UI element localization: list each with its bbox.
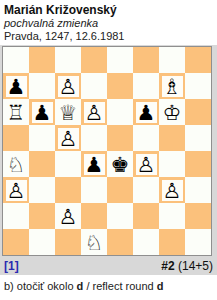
square-g7: ♗ <box>159 73 185 99</box>
white-pawn: ♙ <box>58 128 79 149</box>
square-b2 <box>29 203 55 229</box>
square-d7 <box>81 73 107 99</box>
square-f5 <box>133 125 159 151</box>
square-c7: ♙ <box>55 73 81 99</box>
square-h2 <box>185 203 211 229</box>
twin-caption: b) otočiť okolo d / reflect round d <box>0 275 217 292</box>
square-e7 <box>107 73 133 99</box>
composer-name: Marián Križovenský <box>4 3 213 17</box>
black-pawn: ♟ <box>84 154 105 175</box>
square-h7 <box>185 73 211 99</box>
square-f2 <box>133 203 159 229</box>
square-c8 <box>55 47 81 73</box>
square-b3 <box>29 177 55 203</box>
square-g8 <box>159 47 185 73</box>
square-a8 <box>3 47 29 73</box>
square-h5 <box>185 125 211 151</box>
square-a7: ♟ <box>3 73 29 99</box>
square-a4: ♘ <box>3 151 29 177</box>
square-g2 <box>159 203 185 229</box>
white-pawn: ♙ <box>162 180 183 201</box>
board-block: ♟♙♗♖♟♕♙♟♔♙♘♟♚♙♙♙♙♘ [1] #2 (14+5) <box>0 45 217 275</box>
square-g4 <box>159 151 185 177</box>
square-b7 <box>29 73 55 99</box>
square-h1 <box>185 229 211 255</box>
square-e4: ♚ <box>107 151 133 177</box>
square-a6: ♖ <box>3 99 29 125</box>
black-pawn: ♟ <box>32 102 53 123</box>
white-pawn: ♙ <box>58 76 79 97</box>
square-e8 <box>107 47 133 73</box>
stipulation-group: #2 (14+5) <box>161 259 213 273</box>
square-d5 <box>81 125 107 151</box>
square-h6 <box>185 99 211 125</box>
square-f1 <box>133 229 159 255</box>
square-c4 <box>55 151 81 177</box>
white-pawn: ♙ <box>59 206 78 227</box>
square-b8 <box>29 47 55 73</box>
square-b4 <box>29 151 55 177</box>
problem-header: Marián Križovenský pochvalná zmienka Pra… <box>0 0 217 45</box>
square-f6: ♟ <box>133 99 159 125</box>
square-a5 <box>3 125 29 151</box>
square-e6 <box>107 99 133 125</box>
source-line: Pravda, 1247, 12.6.1981 <box>4 30 213 43</box>
square-a1 <box>3 229 29 255</box>
distinction: pochvalná zmienka <box>4 17 213 30</box>
square-g3: ♙ <box>159 177 185 203</box>
white-bishop: ♗ <box>162 76 183 97</box>
caption-axis-2: d <box>157 280 164 292</box>
square-c5: ♙ <box>55 125 81 151</box>
chess-board: ♟♙♗♖♟♕♙♟♔♙♘♟♚♙♙♙♙♘ <box>2 46 212 256</box>
square-e2 <box>107 203 133 229</box>
square-c3 <box>55 177 81 203</box>
square-a3: ♙ <box>3 177 29 203</box>
square-h8 <box>185 47 211 73</box>
square-h3 <box>185 177 211 203</box>
square-c6: ♕ <box>55 99 81 125</box>
square-d2 <box>81 203 107 229</box>
square-f8 <box>133 47 159 73</box>
white-knight: ♘ <box>85 232 104 253</box>
square-b1 <box>29 229 55 255</box>
square-b5 <box>29 125 55 151</box>
stipulation: #2 <box>161 259 174 273</box>
black-king: ♚ <box>111 154 130 175</box>
solution-link[interactable]: [1] <box>4 259 19 273</box>
annotation-row: [1] #2 (14+5) <box>2 256 217 275</box>
white-pawn: ♙ <box>6 180 27 201</box>
square-e1 <box>107 229 133 255</box>
square-e5 <box>107 125 133 151</box>
square-f4: ♙ <box>133 151 159 177</box>
square-d6: ♙ <box>81 99 107 125</box>
square-f7 <box>133 73 159 99</box>
caption-prefix: b) otočiť okolo <box>4 280 77 292</box>
white-king: ♔ <box>163 102 182 123</box>
square-d3 <box>81 177 107 203</box>
white-pawn: ♙ <box>84 102 105 123</box>
square-a2 <box>3 203 29 229</box>
piece-count: (14+5) <box>175 259 213 273</box>
square-d1: ♘ <box>81 229 107 255</box>
white-pawn: ♙ <box>136 154 157 175</box>
square-f3 <box>133 177 159 203</box>
square-e3 <box>107 177 133 203</box>
white-queen: ♕ <box>59 102 78 123</box>
white-rook: ♖ <box>7 102 26 123</box>
square-g6: ♔ <box>159 99 185 125</box>
square-h4 <box>185 151 211 177</box>
square-c2: ♙ <box>55 203 81 229</box>
black-pawn: ♟ <box>6 76 27 97</box>
black-pawn: ♟ <box>136 102 157 123</box>
caption-middle: / reflect round <box>83 280 156 292</box>
white-knight: ♘ <box>7 154 26 175</box>
square-d4: ♟ <box>81 151 107 177</box>
square-c1 <box>55 229 81 255</box>
square-g5 <box>159 125 185 151</box>
square-b6: ♟ <box>29 99 55 125</box>
square-g1 <box>159 229 185 255</box>
square-d8 <box>81 47 107 73</box>
